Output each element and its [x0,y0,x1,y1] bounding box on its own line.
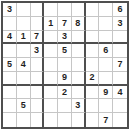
cell-r2c7[interactable] [86,17,100,31]
cell-r7c5[interactable]: 2 [58,86,72,100]
cell-r6c8[interactable] [99,72,113,86]
cell-r5c7[interactable] [86,58,100,72]
cell-r7c2[interactable] [17,86,31,100]
cell-r7c7[interactable] [86,86,100,100]
cell-r9c9[interactable] [113,113,127,127]
cell-r9c2[interactable] [17,113,31,127]
cell-r5c6[interactable] [72,58,86,72]
cell-r7c3[interactable] [31,86,45,100]
cell-r9c3[interactable] [31,113,45,127]
cell-r9c8[interactable]: 7 [99,113,113,127]
cell-r4c1[interactable] [3,44,17,58]
cell-r6c4[interactable] [44,72,58,86]
cell-r8c7[interactable] [86,99,100,113]
cell-r6c1[interactable] [3,72,17,86]
cell-r1c9[interactable]: 6 [113,3,127,17]
cell-r3c5[interactable]: 3 [58,31,72,45]
cell-r8c5[interactable] [58,99,72,113]
cell-r4c3[interactable]: 3 [31,44,45,58]
cell-r3c6[interactable] [72,31,86,45]
cell-r2c1[interactable] [3,17,17,31]
cell-r5c3[interactable] [31,58,45,72]
cell-r7c8[interactable]: 9 [99,86,113,100]
cell-r8c2[interactable]: 5 [17,99,31,113]
cell-r6c2[interactable] [17,72,31,86]
cell-r7c1[interactable] [3,86,17,100]
cell-r7c4[interactable] [44,86,58,100]
cell-r3c8[interactable] [99,31,113,45]
cell-r2c8[interactable] [99,17,113,31]
cell-r3c2[interactable]: 1 [17,31,31,45]
cell-r5c4[interactable] [44,58,58,72]
cell-r1c6[interactable] [72,3,86,17]
cell-r7c6[interactable] [72,86,86,100]
cell-r6c5[interactable]: 9 [58,72,72,86]
cell-r4c8[interactable]: 6 [99,44,113,58]
cell-r1c5[interactable] [58,3,72,17]
cell-r3c9[interactable] [113,31,127,45]
cell-r2c3[interactable] [31,17,45,31]
cell-r6c7[interactable]: 2 [86,72,100,86]
cell-r8c1[interactable] [3,99,17,113]
cell-r3c3[interactable]: 7 [31,31,45,45]
cell-r1c2[interactable] [17,3,31,17]
cell-r3c1[interactable]: 4 [3,31,17,45]
cell-r5c9[interactable]: 7 [113,58,127,72]
cell-r1c7[interactable] [86,3,100,17]
cell-r8c4[interactable] [44,99,58,113]
cell-r8c6[interactable]: 3 [72,99,86,113]
cell-r9c7[interactable] [86,113,100,127]
cell-r4c5[interactable]: 5 [58,44,72,58]
cell-r2c6[interactable]: 8 [72,17,86,31]
cell-r5c5[interactable] [58,58,72,72]
cell-r9c6[interactable] [72,113,86,127]
cell-r9c4[interactable] [44,113,58,127]
cell-r4c9[interactable] [113,44,127,58]
cell-r2c2[interactable] [17,17,31,31]
sudoku-board: 361783417335654792294537 [1,1,129,129]
cell-r8c3[interactable] [31,99,45,113]
cell-r4c2[interactable] [17,44,31,58]
cell-r2c9[interactable]: 3 [113,17,127,31]
cell-r1c4[interactable] [44,3,58,17]
cell-r9c1[interactable] [3,113,17,127]
cell-r2c4[interactable]: 1 [44,17,58,31]
cell-r6c9[interactable] [113,72,127,86]
cell-r5c1[interactable]: 5 [3,58,17,72]
cell-r7c9[interactable]: 4 [113,86,127,100]
cell-r5c8[interactable] [99,58,113,72]
cell-r1c8[interactable] [99,3,113,17]
cell-r2c5[interactable]: 7 [58,17,72,31]
cell-r3c4[interactable] [44,31,58,45]
cell-r5c2[interactable]: 4 [17,58,31,72]
cell-r3c7[interactable] [86,31,100,45]
cell-r4c6[interactable] [72,44,86,58]
cell-r1c1[interactable]: 3 [3,3,17,17]
cell-r1c3[interactable] [31,3,45,17]
cell-r4c4[interactable] [44,44,58,58]
cell-r6c6[interactable] [72,72,86,86]
cell-r8c9[interactable] [113,99,127,113]
cell-r8c8[interactable] [99,99,113,113]
cell-r4c7[interactable] [86,44,100,58]
cell-r9c5[interactable] [58,113,72,127]
cell-r6c3[interactable] [31,72,45,86]
